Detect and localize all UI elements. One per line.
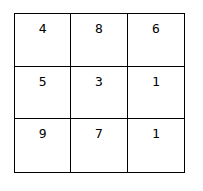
- cell-r2c2: 3: [71, 67, 127, 120]
- cell-r1c3: 6: [128, 14, 184, 67]
- number-grid-board: 4 8 6 5 3 1 9 7 1: [14, 13, 185, 173]
- cell-r3c1: 9: [15, 119, 71, 172]
- cell-value: 7: [95, 127, 103, 140]
- cell-value: 4: [39, 22, 47, 35]
- cell-value: 9: [39, 127, 47, 140]
- cell-value: 1: [152, 75, 160, 88]
- cell-r1c1: 4: [15, 14, 71, 67]
- cell-value: 1: [152, 127, 160, 140]
- cell-r3c3: 1: [128, 119, 184, 172]
- cell-value: 8: [95, 22, 103, 35]
- cell-value: 5: [39, 75, 47, 88]
- cell-value: 6: [152, 22, 160, 35]
- cell-value: 3: [95, 75, 103, 88]
- cell-r2c3: 1: [128, 67, 184, 120]
- cell-r1c2: 8: [71, 14, 127, 67]
- cell-r3c2: 7: [71, 119, 127, 172]
- cell-r2c1: 5: [15, 67, 71, 120]
